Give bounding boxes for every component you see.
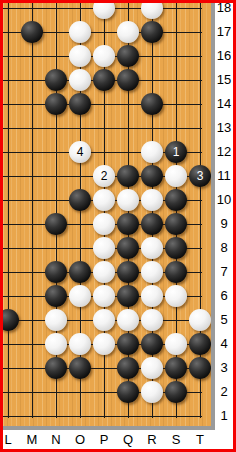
white-stone-P7 [93, 261, 115, 283]
intersection-P2[interactable] [92, 380, 116, 404]
intersection-L4[interactable] [3, 332, 20, 356]
intersection-Q8[interactable] [116, 236, 140, 260]
white-stone-R2 [141, 381, 163, 403]
column-label-O: O [68, 433, 92, 447]
intersection-T17[interactable] [188, 20, 211, 44]
intersection-L18[interactable] [3, 3, 20, 20]
intersection-T10[interactable] [188, 188, 211, 212]
intersection-R15[interactable] [140, 68, 164, 92]
row-label-11: 11 [215, 169, 233, 183]
intersection-Q6[interactable] [116, 284, 140, 308]
intersection-N14[interactable] [44, 92, 68, 116]
intersection-O18[interactable] [68, 3, 92, 20]
intersection-Q4[interactable] [116, 332, 140, 356]
intersection-S9[interactable] [164, 212, 188, 236]
intersection-T15[interactable] [188, 68, 211, 92]
intersection-L5[interactable] [3, 308, 20, 332]
black-stone-S10 [165, 189, 187, 211]
white-stone-P10 [93, 189, 115, 211]
intersection-M12[interactable] [20, 140, 44, 164]
column-label-S: S [164, 433, 188, 447]
intersection-N10[interactable] [44, 188, 68, 212]
intersection-O15[interactable] [68, 68, 92, 92]
row-label-3: 3 [215, 361, 233, 375]
intersection-N11[interactable] [44, 164, 68, 188]
intersection-S7[interactable] [164, 260, 188, 284]
white-stone-O16 [69, 45, 91, 67]
white-stone-O17 [69, 21, 91, 43]
white-stone-N5 [45, 309, 67, 331]
intersection-M3[interactable] [20, 356, 44, 380]
intersection-Q1[interactable] [116, 404, 140, 426]
white-stone-S11 [165, 165, 187, 187]
white-stone-R8 [141, 237, 163, 259]
intersection-S18[interactable] [164, 3, 188, 20]
intersection-P12[interactable] [92, 140, 116, 164]
row-label-12: 12 [215, 145, 233, 159]
intersection-L14[interactable] [3, 92, 20, 116]
row-label-1: 1 [215, 409, 233, 423]
intersection-Q11[interactable] [116, 164, 140, 188]
black-stone-R14 [141, 93, 163, 115]
intersection-N2[interactable] [44, 380, 68, 404]
intersection-S4[interactable] [164, 332, 188, 356]
intersection-N7[interactable] [44, 260, 68, 284]
intersection-L7[interactable] [3, 260, 20, 284]
intersection-P3[interactable] [92, 356, 116, 380]
intersection-S16[interactable] [164, 44, 188, 68]
corner-fill [215, 430, 233, 449]
intersection-T9[interactable] [188, 212, 211, 236]
black-stone-Q7 [117, 261, 139, 283]
column-label-M: M [20, 433, 44, 447]
black-stone-O10 [69, 189, 91, 211]
intersection-Q18[interactable] [116, 3, 140, 20]
intersection-O6[interactable] [68, 284, 92, 308]
white-stone-O6 [69, 285, 91, 307]
intersection-T1[interactable] [188, 404, 211, 426]
intersection-M10[interactable] [20, 188, 44, 212]
white-stone-P11-move-2: 2 [93, 165, 115, 187]
intersection-S10[interactable] [164, 188, 188, 212]
white-stone-R6 [141, 285, 163, 307]
black-stone-Q4 [117, 333, 139, 355]
intersection-P9[interactable] [92, 212, 116, 236]
intersection-P16[interactable] [92, 44, 116, 68]
white-stone-S4 [165, 333, 187, 355]
white-stone-T5 [189, 309, 211, 331]
intersection-N17[interactable] [44, 20, 68, 44]
intersection-L6[interactable] [3, 284, 20, 308]
column-label-N: N [44, 433, 68, 447]
intersection-R14[interactable] [140, 92, 164, 116]
intersection-T13[interactable] [188, 116, 211, 140]
white-stone-P16 [93, 45, 115, 67]
white-stone-Q17 [117, 21, 139, 43]
black-stone-Q6 [117, 285, 139, 307]
white-stone-R10 [141, 189, 163, 211]
intersection-N18[interactable] [44, 3, 68, 20]
intersection-O5[interactable] [68, 308, 92, 332]
intersection-R8[interactable] [140, 236, 164, 260]
black-stone-O7 [69, 261, 91, 283]
intersection-R13[interactable] [140, 116, 164, 140]
intersection-Q3[interactable] [116, 356, 140, 380]
intersection-O3[interactable] [68, 356, 92, 380]
intersection-R12[interactable] [140, 140, 164, 164]
intersection-R3[interactable] [140, 356, 164, 380]
intersection-R1[interactable] [140, 404, 164, 426]
intersection-L3[interactable] [3, 356, 20, 380]
white-stone-P8 [93, 237, 115, 259]
intersection-P8[interactable] [92, 236, 116, 260]
intersection-M13[interactable] [20, 116, 44, 140]
row-label-13: 13 [215, 121, 233, 135]
black-stone-R17 [141, 21, 163, 43]
row-label-17: 17 [215, 25, 233, 39]
intersection-Q15[interactable] [116, 68, 140, 92]
intersection-Q13[interactable] [116, 116, 140, 140]
row-label-16: 16 [215, 49, 233, 63]
black-stone-M17 [21, 21, 43, 43]
black-stone-Q2 [117, 381, 139, 403]
intersection-R9[interactable] [140, 212, 164, 236]
black-stone-O3 [69, 357, 91, 379]
intersection-P14[interactable] [92, 92, 116, 116]
intersection-O12[interactable]: 4 [68, 140, 92, 164]
intersection-N16[interactable] [44, 44, 68, 68]
black-stone-R4 [141, 333, 163, 355]
intersection-L9[interactable] [3, 212, 20, 236]
black-stone-O14 [69, 93, 91, 115]
black-stone-S3 [165, 357, 187, 379]
intersection-R17[interactable] [140, 20, 164, 44]
intersection-N9[interactable] [44, 212, 68, 236]
intersection-Q14[interactable] [116, 92, 140, 116]
intersection-L15[interactable] [3, 68, 20, 92]
white-stone-Q5 [117, 309, 139, 331]
intersection-T7[interactable] [188, 260, 211, 284]
intersection-R4[interactable] [140, 332, 164, 356]
intersection-L17[interactable] [3, 20, 20, 44]
intersection-O16[interactable] [68, 44, 92, 68]
intersection-S14[interactable] [164, 92, 188, 116]
intersection-S6[interactable] [164, 284, 188, 308]
intersection-S13[interactable] [164, 116, 188, 140]
intersection-T12[interactable] [188, 140, 211, 164]
intersection-T3[interactable] [188, 356, 211, 380]
intersection-S8[interactable] [164, 236, 188, 260]
intersection-M8[interactable] [20, 236, 44, 260]
black-stone-S8 [165, 237, 187, 259]
black-stone-Q3 [117, 357, 139, 379]
intersection-L2[interactable] [3, 380, 20, 404]
intersection-O11[interactable] [68, 164, 92, 188]
intersection-N15[interactable] [44, 68, 68, 92]
intersection-L11[interactable] [3, 164, 20, 188]
go-diagram: 4123 181716151413121110987654321 LMNOPQR… [0, 0, 236, 452]
black-stone-P15 [93, 69, 115, 91]
white-stone-R5 [141, 309, 163, 331]
intersection-S3[interactable] [164, 356, 188, 380]
column-label-Q: Q [116, 433, 140, 447]
black-stone-Q11 [117, 165, 139, 187]
row-label-4: 4 [215, 337, 233, 351]
intersection-M16[interactable] [20, 44, 44, 68]
row-label-15: 15 [215, 73, 233, 87]
intersection-S17[interactable] [164, 20, 188, 44]
intersection-L13[interactable] [3, 116, 20, 140]
intersection-T5[interactable] [188, 308, 211, 332]
intersection-N4[interactable] [44, 332, 68, 356]
intersection-Q9[interactable] [116, 212, 140, 236]
intersection-O2[interactable] [68, 380, 92, 404]
intersection-M17[interactable] [20, 20, 44, 44]
intersection-T18[interactable] [188, 3, 211, 20]
intersection-N12[interactable] [44, 140, 68, 164]
intersection-L10[interactable] [3, 188, 20, 212]
intersection-O1[interactable] [68, 404, 92, 426]
intersection-P13[interactable] [92, 116, 116, 140]
white-stone-R7 [141, 261, 163, 283]
go-board: 4123 [3, 3, 211, 426]
intersection-N1[interactable] [44, 404, 68, 426]
intersection-L12[interactable] [3, 140, 20, 164]
row-label-8: 8 [215, 241, 233, 255]
intersection-Q12[interactable] [116, 140, 140, 164]
intersection-P6[interactable] [92, 284, 116, 308]
intersection-L16[interactable] [3, 44, 20, 68]
black-stone-T4 [189, 333, 211, 355]
black-stone-T11-move-3: 3 [189, 165, 211, 187]
intersection-Q5[interactable] [116, 308, 140, 332]
intersection-M2[interactable] [20, 380, 44, 404]
intersection-M11[interactable] [20, 164, 44, 188]
white-stone-P4 [93, 333, 115, 355]
row-label-9: 9 [215, 217, 233, 231]
column-label-R: R [140, 433, 164, 447]
intersection-N8[interactable] [44, 236, 68, 260]
black-stone-L5 [3, 309, 19, 331]
intersection-M4[interactable] [20, 332, 44, 356]
black-stone-Q15 [117, 69, 139, 91]
stones-grid: 4123 [3, 3, 211, 426]
row-label-18: 18 [215, 1, 233, 15]
white-stone-P5 [93, 309, 115, 331]
white-stone-N4 [45, 333, 67, 355]
intersection-N5[interactable] [44, 308, 68, 332]
intersection-S15[interactable] [164, 68, 188, 92]
intersection-S2[interactable] [164, 380, 188, 404]
intersection-P15[interactable] [92, 68, 116, 92]
intersection-T14[interactable] [188, 92, 211, 116]
black-stone-R9 [141, 213, 163, 235]
intersection-P4[interactable] [92, 332, 116, 356]
intersection-N6[interactable] [44, 284, 68, 308]
intersection-P11[interactable]: 2 [92, 164, 116, 188]
intersection-T16[interactable] [188, 44, 211, 68]
intersection-P10[interactable] [92, 188, 116, 212]
intersection-R5[interactable] [140, 308, 164, 332]
intersection-Q10[interactable] [116, 188, 140, 212]
row-labels: 181716151413121110987654321 [215, 3, 233, 430]
intersection-P7[interactable] [92, 260, 116, 284]
intersection-S12[interactable]: 1 [164, 140, 188, 164]
black-stone-N6 [45, 285, 67, 307]
intersection-O4[interactable] [68, 332, 92, 356]
white-stone-R12 [141, 141, 163, 163]
intersection-N3[interactable] [44, 356, 68, 380]
white-stone-P6 [93, 285, 115, 307]
intersection-R16[interactable] [140, 44, 164, 68]
black-stone-N15 [45, 69, 67, 91]
intersection-O7[interactable] [68, 260, 92, 284]
white-stone-R3 [141, 357, 163, 379]
black-stone-N14 [45, 93, 67, 115]
intersection-T11[interactable]: 3 [188, 164, 211, 188]
black-stone-Q8 [117, 237, 139, 259]
black-stone-R11 [141, 165, 163, 187]
intersection-T6[interactable] [188, 284, 211, 308]
intersection-T2[interactable] [188, 380, 211, 404]
black-stone-N3 [45, 357, 67, 379]
intersection-M14[interactable] [20, 92, 44, 116]
black-stone-N9 [45, 213, 67, 235]
white-stone-P18 [93, 3, 115, 19]
intersection-P1[interactable] [92, 404, 116, 426]
intersection-S5[interactable] [164, 308, 188, 332]
intersection-O8[interactable] [68, 236, 92, 260]
column-label-T: T [188, 433, 212, 447]
intersection-M15[interactable] [20, 68, 44, 92]
intersection-T4[interactable] [188, 332, 211, 356]
intersection-P5[interactable] [92, 308, 116, 332]
intersection-L1[interactable] [3, 404, 20, 426]
intersection-R18[interactable] [140, 3, 164, 20]
intersection-R10[interactable] [140, 188, 164, 212]
intersection-Q16[interactable] [116, 44, 140, 68]
white-stone-O15 [69, 69, 91, 91]
intersection-P17[interactable] [92, 20, 116, 44]
intersection-Q2[interactable] [116, 380, 140, 404]
intersection-M9[interactable] [20, 212, 44, 236]
intersection-P18[interactable] [92, 3, 116, 20]
column-label-L: L [0, 433, 20, 447]
row-label-14: 14 [215, 97, 233, 111]
row-label-2: 2 [215, 385, 233, 399]
intersection-R11[interactable] [140, 164, 164, 188]
black-stone-T3 [189, 357, 211, 379]
intersection-L8[interactable] [3, 236, 20, 260]
intersection-Q7[interactable] [116, 260, 140, 284]
intersection-R2[interactable] [140, 380, 164, 404]
intersection-M7[interactable] [20, 260, 44, 284]
intersection-Q17[interactable] [116, 20, 140, 44]
intersection-N13[interactable] [44, 116, 68, 140]
row-label-6: 6 [215, 289, 233, 303]
white-stone-O12-move-4: 4 [69, 141, 91, 163]
black-stone-S2 [165, 381, 187, 403]
row-label-10: 10 [215, 193, 233, 207]
intersection-R7[interactable] [140, 260, 164, 284]
black-stone-S7 [165, 261, 187, 283]
column-labels: LMNOPQRST [3, 430, 215, 449]
intersection-M6[interactable] [20, 284, 44, 308]
white-stone-Q10 [117, 189, 139, 211]
intersection-O10[interactable] [68, 188, 92, 212]
row-label-5: 5 [215, 313, 233, 327]
intersection-O9[interactable] [68, 212, 92, 236]
intersection-T8[interactable] [188, 236, 211, 260]
black-stone-S12-move-1: 1 [165, 141, 187, 163]
black-stone-Q9 [117, 213, 139, 235]
intersection-S11[interactable] [164, 164, 188, 188]
intersection-M1[interactable] [20, 404, 44, 426]
white-stone-S6 [165, 285, 187, 307]
intersection-S1[interactable] [164, 404, 188, 426]
white-stone-O4 [69, 333, 91, 355]
white-stone-R18 [141, 3, 163, 19]
intersection-M5[interactable] [20, 308, 44, 332]
black-stone-N7 [45, 261, 67, 283]
white-stone-P9 [93, 213, 115, 235]
intersection-M18[interactable] [20, 3, 44, 20]
black-stone-S9 [165, 213, 187, 235]
row-label-7: 7 [215, 265, 233, 279]
intersection-R6[interactable] [140, 284, 164, 308]
column-label-P: P [92, 433, 116, 447]
black-stone-Q16 [117, 45, 139, 67]
intersection-O13[interactable] [68, 116, 92, 140]
intersection-O17[interactable] [68, 20, 92, 44]
intersection-O14[interactable] [68, 92, 92, 116]
